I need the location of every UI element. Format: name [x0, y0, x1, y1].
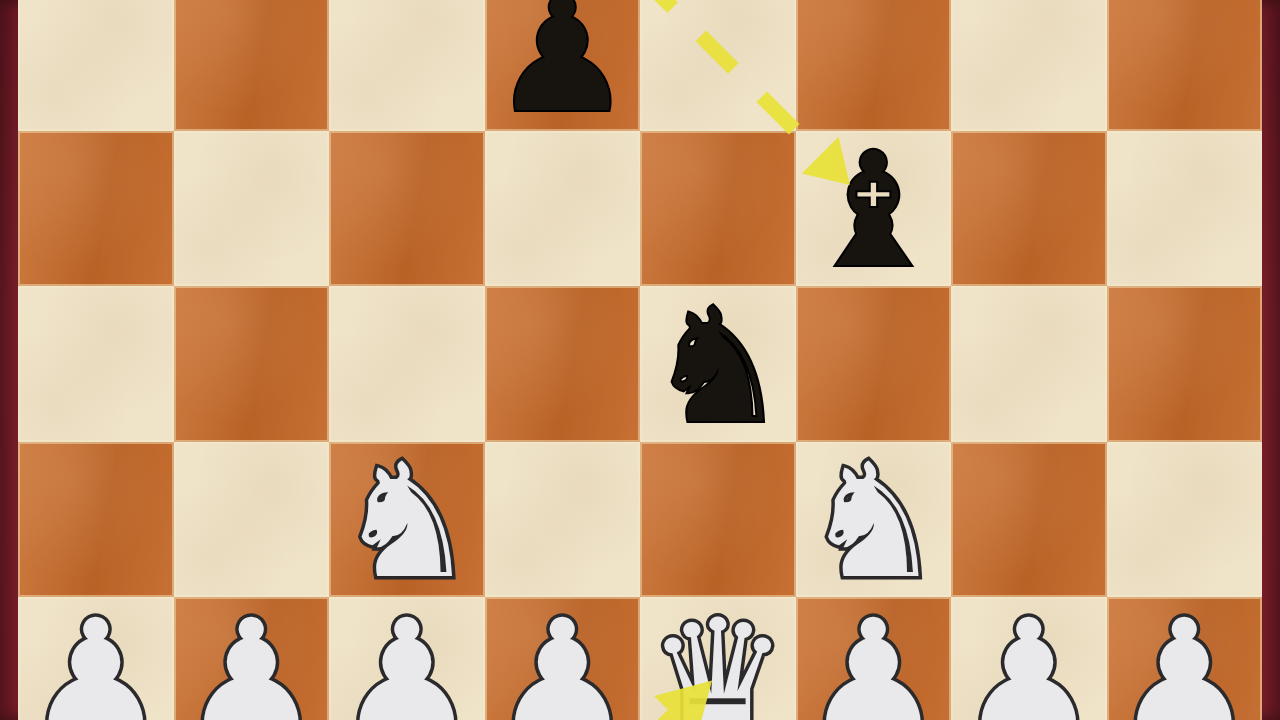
white-queen-e2[interactable]: ♛	[647, 598, 789, 720]
white-knight-f3[interactable]: ♞	[802, 442, 944, 600]
square-d5[interactable]	[485, 131, 641, 287]
square-b5[interactable]	[174, 131, 330, 287]
square-h2[interactable]: ♟	[1107, 597, 1263, 720]
square-c6[interactable]	[329, 0, 485, 131]
square-g6[interactable]	[951, 0, 1107, 131]
square-e2[interactable]: ♛	[640, 597, 796, 720]
square-c2[interactable]: ♟	[329, 597, 485, 720]
white-pawn-a2[interactable]: ♟	[25, 598, 167, 720]
chess-app-frame: ♟♝♞♞♞♟♟♟♟♛♟♟♟	[0, 0, 1280, 720]
white-pawn-b2[interactable]: ♟	[180, 598, 322, 720]
black-bishop-f5[interactable]: ♝	[802, 131, 944, 289]
square-b2[interactable]: ♟	[174, 597, 330, 720]
square-h6[interactable]	[1107, 0, 1263, 131]
square-g3[interactable]	[951, 442, 1107, 598]
square-g5[interactable]	[951, 131, 1107, 287]
square-c4[interactable]	[329, 286, 485, 442]
square-b3[interactable]	[174, 442, 330, 598]
square-d4[interactable]	[485, 286, 641, 442]
white-knight-c3[interactable]: ♞	[336, 442, 478, 600]
square-c5[interactable]	[329, 131, 485, 287]
square-a6[interactable]	[18, 0, 174, 131]
square-a5[interactable]	[18, 131, 174, 287]
square-f4[interactable]	[796, 286, 952, 442]
square-e4[interactable]: ♞	[640, 286, 796, 442]
square-d6[interactable]: ♟	[485, 0, 641, 131]
square-e5[interactable]	[640, 131, 796, 287]
square-b6[interactable]	[174, 0, 330, 131]
square-d2[interactable]: ♟	[485, 597, 641, 720]
white-pawn-f2[interactable]: ♟	[802, 598, 944, 720]
square-c3[interactable]: ♞	[329, 442, 485, 598]
square-f3[interactable]: ♞	[796, 442, 952, 598]
chess-board: ♟♝♞♞♞♟♟♟♟♛♟♟♟	[18, 0, 1262, 720]
white-pawn-c2[interactable]: ♟	[336, 598, 478, 720]
white-pawn-g2[interactable]: ♟	[958, 598, 1100, 720]
square-f2[interactable]: ♟	[796, 597, 952, 720]
square-g2[interactable]: ♟	[951, 597, 1107, 720]
black-pawn-d6[interactable]: ♟	[491, 0, 633, 134]
white-pawn-h2[interactable]: ♟	[1113, 598, 1255, 720]
square-a4[interactable]	[18, 286, 174, 442]
square-h5[interactable]	[1107, 131, 1263, 287]
square-h3[interactable]	[1107, 442, 1263, 598]
square-a2[interactable]: ♟	[18, 597, 174, 720]
square-f5[interactable]: ♝	[796, 131, 952, 287]
square-b4[interactable]	[174, 286, 330, 442]
square-g4[interactable]	[951, 286, 1107, 442]
square-a3[interactable]	[18, 442, 174, 598]
black-knight-e4[interactable]: ♞	[647, 287, 789, 445]
square-e3[interactable]	[640, 442, 796, 598]
square-d3[interactable]	[485, 442, 641, 598]
square-h4[interactable]	[1107, 286, 1263, 442]
white-pawn-d2[interactable]: ♟	[491, 598, 633, 720]
square-e6[interactable]	[640, 0, 796, 131]
square-f6[interactable]	[796, 0, 952, 131]
